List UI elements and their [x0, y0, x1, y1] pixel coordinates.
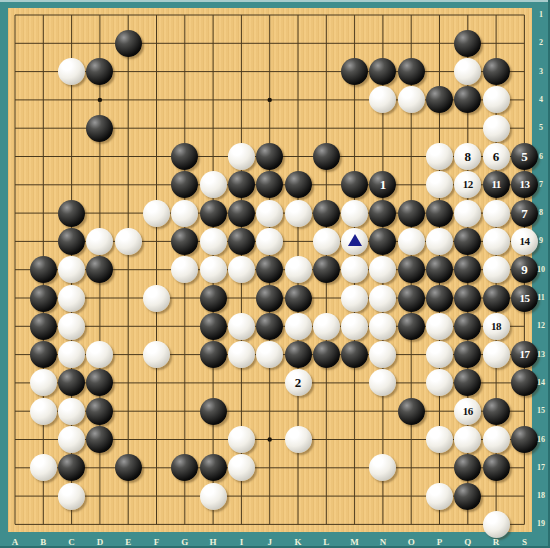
stone-black-R11[interactable]: [483, 285, 510, 312]
row-label-9: 9: [533, 237, 549, 245]
stone-black-G9[interactable]: [171, 228, 198, 255]
stone-black-L13[interactable]: [313, 341, 340, 368]
stone-black-J12[interactable]: [256, 313, 283, 340]
stone-black-R3[interactable]: [483, 58, 510, 85]
move-number-label: 16: [463, 406, 473, 417]
stone-white-K10[interactable]: [285, 256, 312, 283]
stone-white-K12[interactable]: [285, 313, 312, 340]
stone-black-K7[interactable]: [285, 171, 312, 198]
stone-black-E2[interactable]: [115, 30, 142, 57]
row-label-10: 10: [533, 266, 549, 274]
column-label-M: M: [350, 538, 359, 547]
stone-black-D15[interactable]: [86, 398, 113, 425]
stone-black-O8[interactable]: [398, 200, 425, 227]
row-label-11: 11: [533, 294, 549, 302]
stone-black-H12[interactable]: [200, 313, 227, 340]
stone-black-N8[interactable]: [369, 200, 396, 227]
stone-black-M3[interactable]: [341, 58, 368, 85]
stone-black-O11[interactable]: [398, 285, 425, 312]
row-label-17: 17: [533, 464, 549, 472]
stone-white-R6[interactable]: 6: [483, 143, 510, 170]
stone-white-F13[interactable]: [143, 341, 170, 368]
column-label-K: K: [294, 538, 301, 547]
column-label-A: A: [12, 538, 19, 547]
go-board-frame: 86511211137149151817216 ABCDEFGHIJKLMNOP…: [0, 0, 550, 548]
stone-black-K11[interactable]: [285, 285, 312, 312]
row-label-8: 8: [533, 209, 549, 217]
stone-white-P18[interactable]: [426, 483, 453, 510]
stone-black-O10[interactable]: [398, 256, 425, 283]
stone-black-L10[interactable]: [313, 256, 340, 283]
stone-white-O9[interactable]: [398, 228, 425, 255]
stone-white-M8[interactable]: [341, 200, 368, 227]
stone-white-R16[interactable]: [483, 426, 510, 453]
row-label-6: 6: [533, 153, 549, 161]
column-label-H: H: [210, 538, 217, 547]
move-number-label: 18: [491, 321, 501, 332]
stone-white-R4[interactable]: [483, 86, 510, 113]
stone-black-P11[interactable]: [426, 285, 453, 312]
stone-white-N11[interactable]: [369, 285, 396, 312]
move-number-label: 15: [519, 293, 529, 304]
stone-black-R7[interactable]: 11: [483, 171, 510, 198]
stone-white-H18[interactable]: [200, 483, 227, 510]
stone-white-I12[interactable]: [228, 313, 255, 340]
move-number-label: 6: [493, 150, 500, 163]
column-label-Q: Q: [464, 538, 471, 547]
stone-black-R15[interactable]: [483, 398, 510, 425]
stone-black-Q2[interactable]: [454, 30, 481, 57]
stone-white-C18[interactable]: [58, 483, 85, 510]
column-label-C: C: [68, 538, 75, 547]
stone-white-P12[interactable]: [426, 313, 453, 340]
stone-white-R8[interactable]: [483, 200, 510, 227]
stone-white-P16[interactable]: [426, 426, 453, 453]
row-label-14: 14: [533, 379, 549, 387]
stone-black-I7[interactable]: [228, 171, 255, 198]
row-label-13: 13: [533, 351, 549, 359]
stone-white-J8[interactable]: [256, 200, 283, 227]
move-number-label: 17: [519, 349, 529, 360]
stone-white-C11[interactable]: [58, 285, 85, 312]
stone-white-M11[interactable]: [341, 285, 368, 312]
stone-black-H8[interactable]: [200, 200, 227, 227]
stone-black-J11[interactable]: [256, 285, 283, 312]
stone-white-C12[interactable]: [58, 313, 85, 340]
stone-white-M12[interactable]: [341, 313, 368, 340]
stone-white-P13[interactable]: [426, 341, 453, 368]
stone-white-J9[interactable]: [256, 228, 283, 255]
stone-black-H11[interactable]: [200, 285, 227, 312]
move-number-label: 7: [521, 207, 528, 220]
stone-black-H17[interactable]: [200, 454, 227, 481]
stone-black-Q9[interactable]: [454, 228, 481, 255]
stone-white-R9[interactable]: [483, 228, 510, 255]
column-label-O: O: [408, 538, 415, 547]
column-label-L: L: [323, 538, 329, 547]
row-label-3: 3: [533, 68, 549, 76]
stone-white-I6[interactable]: [228, 143, 255, 170]
move-number-label: 9: [521, 263, 528, 276]
column-label-F: F: [154, 538, 160, 547]
stone-white-H10[interactable]: [200, 256, 227, 283]
stone-white-I17[interactable]: [228, 454, 255, 481]
column-label-J: J: [267, 538, 272, 547]
stone-white-P6[interactable]: [426, 143, 453, 170]
column-label-G: G: [181, 538, 188, 547]
move-number-label: 2: [295, 376, 302, 389]
stone-white-H7[interactable]: [200, 171, 227, 198]
stone-black-L8[interactable]: [313, 200, 340, 227]
row-label-2: 2: [533, 39, 549, 47]
stone-black-O3[interactable]: [398, 58, 425, 85]
stone-white-N12[interactable]: [369, 313, 396, 340]
stone-white-C13[interactable]: [58, 341, 85, 368]
stone-black-O15[interactable]: [398, 398, 425, 425]
stone-black-R17[interactable]: [483, 454, 510, 481]
stone-white-F11[interactable]: [143, 285, 170, 312]
stone-white-E9[interactable]: [115, 228, 142, 255]
stone-white-K8[interactable]: [285, 200, 312, 227]
stone-white-B17[interactable]: [30, 454, 57, 481]
stone-black-K13[interactable]: [285, 341, 312, 368]
stone-black-Q11[interactable]: [454, 285, 481, 312]
stone-white-K16[interactable]: [285, 426, 312, 453]
row-label-12: 12: [533, 322, 549, 330]
stone-white-B15[interactable]: [30, 398, 57, 425]
row-label-1: 1: [533, 11, 549, 19]
stone-black-C8[interactable]: [58, 200, 85, 227]
stone-white-R13[interactable]: [483, 341, 510, 368]
column-label-S: S: [522, 538, 527, 547]
stone-black-Q12[interactable]: [454, 313, 481, 340]
row-label-15: 15: [533, 407, 549, 415]
stone-white-I16[interactable]: [228, 426, 255, 453]
stone-white-C3[interactable]: [58, 58, 85, 85]
stone-black-B10[interactable]: [30, 256, 57, 283]
stone-white-Q15[interactable]: 16: [454, 398, 481, 425]
stone-black-E17[interactable]: [115, 454, 142, 481]
stone-white-I13[interactable]: [228, 341, 255, 368]
stone-black-B12[interactable]: [30, 313, 57, 340]
row-label-4: 4: [533, 96, 549, 104]
row-label-7: 7: [533, 181, 549, 189]
stone-black-H13[interactable]: [200, 341, 227, 368]
row-label-5: 5: [533, 124, 549, 132]
stone-white-M9[interactable]: [341, 228, 368, 255]
column-label-N: N: [380, 538, 387, 547]
stone-black-L6[interactable]: [313, 143, 340, 170]
stone-white-Q8[interactable]: [454, 200, 481, 227]
column-label-R: R: [493, 538, 500, 547]
row-label-18: 18: [533, 492, 549, 500]
stone-black-B13[interactable]: [30, 341, 57, 368]
stone-white-P9[interactable]: [426, 228, 453, 255]
stone-white-H9[interactable]: [200, 228, 227, 255]
move-number-label: 14: [519, 236, 529, 247]
stone-black-O12[interactable]: [398, 313, 425, 340]
stone-white-L12[interactable]: [313, 313, 340, 340]
stone-white-R5[interactable]: [483, 115, 510, 142]
stone-white-B14[interactable]: [30, 369, 57, 396]
stone-black-J6[interactable]: [256, 143, 283, 170]
stone-black-I9[interactable]: [228, 228, 255, 255]
stone-black-I8[interactable]: [228, 200, 255, 227]
column-label-I: I: [240, 538, 244, 547]
stone-white-F8[interactable]: [143, 200, 170, 227]
stone-black-P8[interactable]: [426, 200, 453, 227]
stone-white-C16[interactable]: [58, 426, 85, 453]
stone-white-C15[interactable]: [58, 398, 85, 425]
stone-black-H15[interactable]: [200, 398, 227, 425]
column-label-D: D: [97, 538, 104, 547]
stone-black-C9[interactable]: [58, 228, 85, 255]
move-number-label: 8: [465, 150, 472, 163]
stone-white-O4[interactable]: [398, 86, 425, 113]
stone-white-R19[interactable]: [483, 511, 510, 538]
stone-black-B11[interactable]: [30, 285, 57, 312]
row-label-19: 19: [533, 520, 549, 528]
stone-white-I10[interactable]: [228, 256, 255, 283]
move-number-label: 13: [519, 179, 529, 190]
stone-white-R12[interactable]: 18: [483, 313, 510, 340]
move-number-label: 1: [380, 178, 387, 191]
stone-black-M13[interactable]: [341, 341, 368, 368]
stone-white-G8[interactable]: [171, 200, 198, 227]
move-number-label: 5: [521, 150, 528, 163]
move-number-label: 11: [491, 179, 500, 190]
move-number-label: 12: [463, 179, 473, 190]
stone-black-P10[interactable]: [426, 256, 453, 283]
stone-black-D5[interactable]: [86, 115, 113, 142]
stone-white-K14[interactable]: 2: [285, 369, 312, 396]
column-label-E: E: [125, 538, 131, 547]
column-label-B: B: [40, 538, 46, 547]
stone-white-L9[interactable]: [313, 228, 340, 255]
triangle-marker-icon: [348, 234, 362, 246]
stone-white-R10[interactable]: [483, 256, 510, 283]
stone-black-Q18[interactable]: [454, 483, 481, 510]
row-label-16: 16: [533, 436, 549, 444]
column-label-P: P: [437, 538, 443, 547]
